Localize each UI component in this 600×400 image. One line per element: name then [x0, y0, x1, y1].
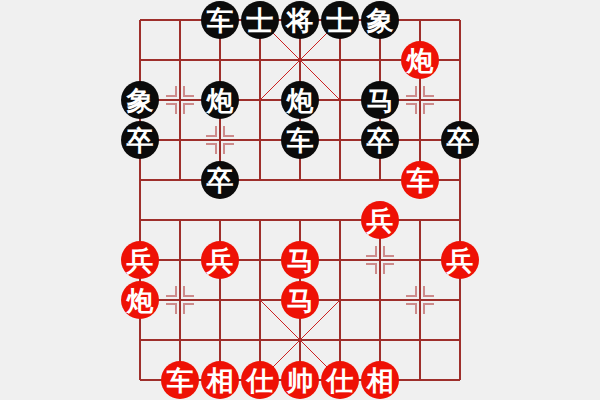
piece-black-elephant[interactable]: 象 [121, 81, 159, 119]
piece-red-chariot[interactable]: 车 [161, 361, 199, 399]
piece-black-cannon[interactable]: 炮 [201, 81, 239, 119]
board-grid: 车士将士象炮象炮炮马卒车卒卒卒车兵兵兵马兵炮马车相仕帅仕相 [120, 0, 480, 400]
piece-black-soldier[interactable]: 卒 [361, 121, 399, 159]
point-mark [406, 286, 434, 314]
piece-red-advisor[interactable]: 仕 [321, 361, 359, 399]
piece-black-advisor[interactable]: 士 [321, 1, 359, 39]
piece-red-horse[interactable]: 马 [281, 281, 319, 319]
piece-black-soldier[interactable]: 卒 [441, 121, 479, 159]
piece-red-chariot[interactable]: 车 [401, 161, 439, 199]
piece-black-soldier[interactable]: 卒 [201, 161, 239, 199]
piece-red-horse[interactable]: 马 [281, 241, 319, 279]
piece-black-elephant[interactable]: 象 [361, 1, 399, 39]
piece-black-advisor[interactable]: 士 [241, 1, 279, 39]
piece-black-soldier[interactable]: 卒 [121, 121, 159, 159]
piece-red-elephant[interactable]: 相 [361, 361, 399, 399]
piece-red-cannon[interactable]: 炮 [121, 281, 159, 319]
piece-black-chariot[interactable]: 车 [281, 121, 319, 159]
piece-red-advisor[interactable]: 仕 [241, 361, 279, 399]
point-mark [166, 86, 194, 114]
piece-black-cannon[interactable]: 炮 [281, 81, 319, 119]
piece-black-horse[interactable]: 马 [361, 81, 399, 119]
piece-red-elephant[interactable]: 相 [201, 361, 239, 399]
piece-red-cannon[interactable]: 炮 [401, 41, 439, 79]
piece-black-chariot[interactable]: 车 [201, 1, 239, 39]
xiangqi-board: 车士将士象炮象炮炮马卒车卒卒卒车兵兵兵马兵炮马车相仕帅仕相 [0, 0, 600, 400]
piece-red-soldier[interactable]: 兵 [121, 241, 159, 279]
point-mark [406, 86, 434, 114]
piece-red-soldier[interactable]: 兵 [201, 241, 239, 279]
point-mark [206, 126, 234, 154]
piece-black-general[interactable]: 将 [281, 1, 319, 39]
piece-red-soldier[interactable]: 兵 [361, 201, 399, 239]
piece-red-general[interactable]: 帅 [281, 361, 319, 399]
piece-red-soldier[interactable]: 兵 [441, 241, 479, 279]
point-mark [166, 286, 194, 314]
point-mark [366, 246, 394, 274]
